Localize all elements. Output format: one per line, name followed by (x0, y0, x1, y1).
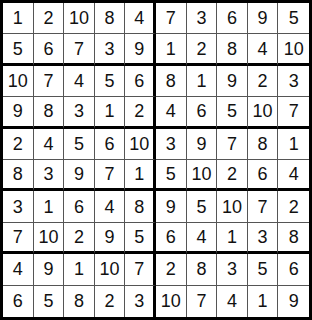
cell-r5c10[interactable]: 1 (278, 129, 309, 160)
cell-r7c3[interactable]: 6 (64, 191, 95, 222)
cell-r6c10[interactable]: 4 (278, 160, 309, 191)
cell-r5c9[interactable]: 8 (248, 129, 279, 160)
cell-r2c8[interactable]: 8 (217, 34, 248, 65)
cell-r7c1[interactable]: 3 (3, 191, 34, 222)
cell-r5c8[interactable]: 7 (217, 129, 248, 160)
cell-r3c6[interactable]: 8 (156, 66, 187, 97)
cell-r6c8[interactable]: 2 (217, 160, 248, 191)
cell-r8c4[interactable]: 9 (95, 223, 126, 254)
cell-r4c1[interactable]: 9 (3, 97, 34, 128)
cell-r4c3[interactable]: 3 (64, 97, 95, 128)
cell-r9c10[interactable]: 6 (278, 254, 309, 285)
cell-r9c3[interactable]: 1 (64, 254, 95, 285)
cell-r2c7[interactable]: 2 (187, 34, 218, 65)
cell-r5c6[interactable]: 3 (156, 129, 187, 160)
cell-r9c9[interactable]: 5 (248, 254, 279, 285)
cell-r7c10[interactable]: 2 (278, 191, 309, 222)
cell-r10c6[interactable]: 10 (156, 286, 187, 317)
cell-r4c8[interactable]: 5 (217, 97, 248, 128)
cell-r8c5[interactable]: 5 (125, 223, 156, 254)
cell-r8c8[interactable]: 1 (217, 223, 248, 254)
cell-r2c1[interactable]: 5 (3, 34, 34, 65)
cell-r1c6[interactable]: 7 (156, 3, 187, 34)
cell-r1c1[interactable]: 1 (3, 3, 34, 34)
cell-r2c4[interactable]: 3 (95, 34, 126, 65)
cell-r10c10[interactable]: 9 (278, 286, 309, 317)
cell-r5c5[interactable]: 10 (125, 129, 156, 160)
cell-r8c1[interactable]: 7 (3, 223, 34, 254)
cell-r4c5[interactable]: 2 (125, 97, 156, 128)
cell-r1c3[interactable]: 10 (64, 3, 95, 34)
cell-r7c2[interactable]: 1 (34, 191, 65, 222)
cell-r8c6[interactable]: 6 (156, 223, 187, 254)
cell-r10c4[interactable]: 2 (95, 286, 126, 317)
cell-r1c10[interactable]: 5 (278, 3, 309, 34)
cell-r10c3[interactable]: 8 (64, 286, 95, 317)
cell-r7c5[interactable]: 8 (125, 191, 156, 222)
cell-r1c2[interactable]: 2 (34, 3, 65, 34)
cell-r6c9[interactable]: 6 (248, 160, 279, 191)
cell-r8c9[interactable]: 3 (248, 223, 279, 254)
cell-r5c2[interactable]: 4 (34, 129, 65, 160)
cell-r1c9[interactable]: 9 (248, 3, 279, 34)
cell-r2c6[interactable]: 1 (156, 34, 187, 65)
cell-r10c2[interactable]: 5 (34, 286, 65, 317)
cell-r9c2[interactable]: 9 (34, 254, 65, 285)
cell-r5c3[interactable]: 5 (64, 129, 95, 160)
cell-r6c6[interactable]: 5 (156, 160, 187, 191)
cell-r9c4[interactable]: 10 (95, 254, 126, 285)
cell-r10c8[interactable]: 4 (217, 286, 248, 317)
cell-r9c5[interactable]: 7 (125, 254, 156, 285)
cell-r1c7[interactable]: 3 (187, 3, 218, 34)
cell-r8c2[interactable]: 10 (34, 223, 65, 254)
cell-r3c5[interactable]: 6 (125, 66, 156, 97)
cell-r6c2[interactable]: 3 (34, 160, 65, 191)
cell-r9c6[interactable]: 2 (156, 254, 187, 285)
cell-r5c7[interactable]: 9 (187, 129, 218, 160)
cell-r1c8[interactable]: 6 (217, 3, 248, 34)
cell-r6c4[interactable]: 7 (95, 160, 126, 191)
cell-r7c6[interactable]: 9 (156, 191, 187, 222)
cell-r4c7[interactable]: 6 (187, 97, 218, 128)
cell-r9c8[interactable]: 3 (217, 254, 248, 285)
cell-r8c10[interactable]: 8 (278, 223, 309, 254)
cell-r10c5[interactable]: 3 (125, 286, 156, 317)
cell-r3c8[interactable]: 9 (217, 66, 248, 97)
cell-r6c7[interactable]: 10 (187, 160, 218, 191)
cell-r3c2[interactable]: 7 (34, 66, 65, 97)
cell-r7c9[interactable]: 7 (248, 191, 279, 222)
cell-r4c6[interactable]: 4 (156, 97, 187, 128)
cell-r4c10[interactable]: 7 (278, 97, 309, 128)
sudoku-board: 1210847369556739128410107456819239831246… (0, 0, 312, 320)
cell-r10c1[interactable]: 6 (3, 286, 34, 317)
cell-r9c1[interactable]: 4 (3, 254, 34, 285)
cell-r1c5[interactable]: 4 (125, 3, 156, 34)
cell-r5c4[interactable]: 6 (95, 129, 126, 160)
cell-r6c3[interactable]: 9 (64, 160, 95, 191)
cell-r10c9[interactable]: 1 (248, 286, 279, 317)
cell-r10c7[interactable]: 7 (187, 286, 218, 317)
cell-r6c1[interactable]: 8 (3, 160, 34, 191)
cell-r1c4[interactable]: 8 (95, 3, 126, 34)
cell-r8c7[interactable]: 4 (187, 223, 218, 254)
cell-r2c2[interactable]: 6 (34, 34, 65, 65)
cell-r2c5[interactable]: 9 (125, 34, 156, 65)
cell-r6c5[interactable]: 1 (125, 160, 156, 191)
cell-r7c7[interactable]: 5 (187, 191, 218, 222)
cell-r4c9[interactable]: 10 (248, 97, 279, 128)
cell-r7c8[interactable]: 10 (217, 191, 248, 222)
cell-r8c3[interactable]: 2 (64, 223, 95, 254)
cell-r4c2[interactable]: 8 (34, 97, 65, 128)
cell-r3c3[interactable]: 4 (64, 66, 95, 97)
cell-r3c10[interactable]: 3 (278, 66, 309, 97)
cell-r2c10[interactable]: 10 (278, 34, 309, 65)
cell-r7c4[interactable]: 4 (95, 191, 126, 222)
cell-r3c9[interactable]: 2 (248, 66, 279, 97)
cell-r2c3[interactable]: 7 (64, 34, 95, 65)
cell-r4c4[interactable]: 1 (95, 97, 126, 128)
cell-r9c7[interactable]: 8 (187, 254, 218, 285)
cell-r3c1[interactable]: 10 (3, 66, 34, 97)
cell-r2c9[interactable]: 4 (248, 34, 279, 65)
cell-r3c4[interactable]: 5 (95, 66, 126, 97)
cell-r5c1[interactable]: 2 (3, 129, 34, 160)
cell-r3c7[interactable]: 1 (187, 66, 218, 97)
